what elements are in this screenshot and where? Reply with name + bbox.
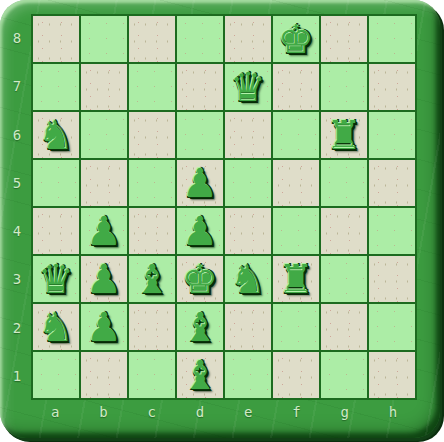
file-labels: abcdefgh <box>31 400 417 424</box>
square-a3[interactable]: ♛ <box>33 256 79 302</box>
square-h2[interactable] <box>369 304 415 350</box>
rank-label-6: 6 <box>6 111 28 159</box>
piece-knight-a2[interactable]: ♞ <box>38 304 74 350</box>
square-h6[interactable] <box>369 112 415 158</box>
square-h4[interactable] <box>369 208 415 254</box>
square-e7[interactable]: ♛ <box>225 64 271 110</box>
square-g3[interactable] <box>321 256 367 302</box>
piece-pawn-b4[interactable]: ♟ <box>86 208 122 254</box>
piece-knight-a6[interactable]: ♞ <box>38 112 74 158</box>
file-label-h: h <box>369 400 417 424</box>
square-d8[interactable] <box>177 16 223 62</box>
piece-pawn-b2[interactable]: ♟ <box>86 304 122 350</box>
square-d1[interactable]: ♝ <box>177 352 223 398</box>
square-h8[interactable] <box>369 16 415 62</box>
piece-king-d3[interactable]: ♚ <box>182 256 218 302</box>
rank-label-1: 1 <box>6 352 28 400</box>
rank-label-3: 3 <box>6 255 28 303</box>
square-g8[interactable] <box>321 16 367 62</box>
square-c4[interactable] <box>129 208 175 254</box>
rank-label-5: 5 <box>6 159 28 207</box>
square-a2[interactable]: ♞ <box>33 304 79 350</box>
square-a1[interactable] <box>33 352 79 398</box>
piece-pawn-d5[interactable]: ♟ <box>182 160 218 206</box>
piece-bishop-d1[interactable]: ♝ <box>182 352 218 398</box>
square-f2[interactable] <box>273 304 319 350</box>
square-e1[interactable] <box>225 352 271 398</box>
square-h1[interactable] <box>369 352 415 398</box>
rank-label-8: 8 <box>6 14 28 62</box>
piece-rook-f3[interactable]: ♜ <box>278 256 314 302</box>
square-b8[interactable] <box>81 16 127 62</box>
square-g5[interactable] <box>321 160 367 206</box>
square-a8[interactable] <box>33 16 79 62</box>
file-label-a: a <box>31 400 79 424</box>
rank-label-2: 2 <box>6 304 28 352</box>
square-b5[interactable] <box>81 160 127 206</box>
piece-queen-e7[interactable]: ♛ <box>230 64 266 110</box>
square-f1[interactable] <box>273 352 319 398</box>
square-d7[interactable] <box>177 64 223 110</box>
piece-queen-a3[interactable]: ♛ <box>38 256 74 302</box>
rank-label-7: 7 <box>6 62 28 110</box>
piece-pawn-b3[interactable]: ♟ <box>86 256 122 302</box>
square-b7[interactable] <box>81 64 127 110</box>
file-label-c: c <box>128 400 176 424</box>
square-g6[interactable]: ♜ <box>321 112 367 158</box>
square-g4[interactable] <box>321 208 367 254</box>
square-f7[interactable] <box>273 64 319 110</box>
square-b1[interactable] <box>81 352 127 398</box>
square-d5[interactable]: ♟ <box>177 160 223 206</box>
square-c3[interactable]: ♝ <box>129 256 175 302</box>
piece-pawn-d4[interactable]: ♟ <box>182 208 218 254</box>
square-e8[interactable] <box>225 16 271 62</box>
square-b3[interactable]: ♟ <box>81 256 127 302</box>
square-e4[interactable] <box>225 208 271 254</box>
square-c1[interactable] <box>129 352 175 398</box>
square-c8[interactable] <box>129 16 175 62</box>
square-f4[interactable] <box>273 208 319 254</box>
piece-knight-e3[interactable]: ♞ <box>230 256 266 302</box>
square-b2[interactable]: ♟ <box>81 304 127 350</box>
piece-bishop-c3[interactable]: ♝ <box>134 256 170 302</box>
piece-bishop-d2[interactable]: ♝ <box>182 304 218 350</box>
square-a5[interactable] <box>33 160 79 206</box>
square-f5[interactable] <box>273 160 319 206</box>
square-d4[interactable]: ♟ <box>177 208 223 254</box>
square-g1[interactable] <box>321 352 367 398</box>
square-c6[interactable] <box>129 112 175 158</box>
rank-label-4: 4 <box>6 207 28 255</box>
square-g7[interactable] <box>321 64 367 110</box>
file-label-f: f <box>272 400 320 424</box>
square-a4[interactable] <box>33 208 79 254</box>
file-label-d: d <box>176 400 224 424</box>
square-e5[interactable] <box>225 160 271 206</box>
square-e6[interactable] <box>225 112 271 158</box>
square-f6[interactable] <box>273 112 319 158</box>
square-c5[interactable] <box>129 160 175 206</box>
square-g2[interactable] <box>321 304 367 350</box>
square-a6[interactable]: ♞ <box>33 112 79 158</box>
square-e2[interactable] <box>225 304 271 350</box>
square-f3[interactable]: ♜ <box>273 256 319 302</box>
square-c7[interactable] <box>129 64 175 110</box>
file-label-e: e <box>224 400 272 424</box>
piece-rook-g6[interactable]: ♜ <box>326 112 362 158</box>
square-h5[interactable] <box>369 160 415 206</box>
square-d2[interactable]: ♝ <box>177 304 223 350</box>
piece-king-f8[interactable]: ♚ <box>278 16 314 62</box>
square-d6[interactable] <box>177 112 223 158</box>
rank-labels: 87654321 <box>6 14 28 400</box>
file-label-b: b <box>79 400 127 424</box>
square-d3[interactable]: ♚ <box>177 256 223 302</box>
file-label-g: g <box>321 400 369 424</box>
chess-board: ♚♛♞♜♟♟♟♛♟♝♚♞♜♞♟♝♝ <box>31 14 417 400</box>
square-c2[interactable] <box>129 304 175 350</box>
square-h7[interactable] <box>369 64 415 110</box>
square-f8[interactable]: ♚ <box>273 16 319 62</box>
square-b4[interactable]: ♟ <box>81 208 127 254</box>
square-h3[interactable] <box>369 256 415 302</box>
square-b6[interactable] <box>81 112 127 158</box>
square-a7[interactable] <box>33 64 79 110</box>
square-e3[interactable]: ♞ <box>225 256 271 302</box>
